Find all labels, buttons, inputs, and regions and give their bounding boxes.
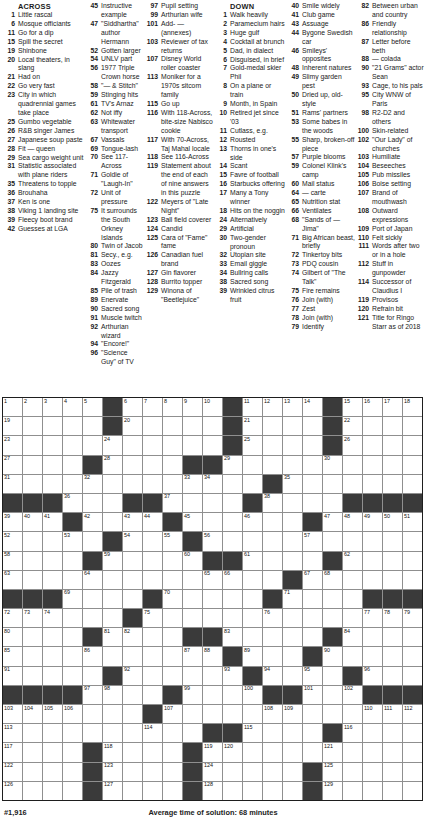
grid-cell-r9c6[interactable]: 59	[103, 552, 122, 570]
grid-cell-r18c3[interactable]	[43, 724, 62, 742]
grid-cell-r18c13[interactable]: 115	[243, 724, 262, 742]
grid-cell-r8c14[interactable]	[263, 532, 282, 550]
grid-cell-r3c8[interactable]	[143, 436, 162, 454]
grid-cell-r20c17[interactable]: 125	[323, 763, 342, 781]
grid-cell-r14c14[interactable]	[263, 647, 282, 665]
grid-cell-r20c20[interactable]	[383, 763, 402, 781]
grid-cell-r20c18[interactable]	[343, 763, 362, 781]
grid-cell-r13c12[interactable]: 83	[223, 628, 242, 646]
grid-cell-r15c12[interactable]: 93	[223, 667, 242, 685]
grid-cell-r9c7[interactable]	[123, 552, 142, 570]
grid-cell-r12c18[interactable]	[343, 609, 362, 627]
grid-cell-r7c13[interactable]: 46	[243, 513, 262, 531]
grid-cell-r10c13[interactable]	[243, 571, 262, 589]
grid-cell-r4c21[interactable]	[403, 456, 422, 474]
grid-cell-r16c8[interactable]	[143, 686, 162, 704]
grid-cell-r16c16[interactable]: 101	[303, 686, 322, 704]
grid-cell-r8c21[interactable]	[403, 532, 422, 550]
grid-cell-r20c11[interactable]: 124	[203, 763, 222, 781]
grid-cell-r4c2[interactable]	[23, 456, 42, 474]
grid-cell-r20c13[interactable]	[243, 763, 262, 781]
grid-cell-r14c10[interactable]: 87	[183, 647, 202, 665]
grid-cell-r4c6[interactable]: 28	[103, 456, 122, 474]
grid-cell-r10c9[interactable]	[163, 571, 182, 589]
grid-cell-r2c3[interactable]	[43, 417, 62, 435]
grid-cell-r17c13[interactable]	[243, 705, 262, 723]
grid-cell-r7c2[interactable]: 40	[23, 513, 42, 531]
grid-cell-r4c20[interactable]	[383, 456, 402, 474]
grid-cell-r21c6[interactable]: 127	[103, 782, 122, 800]
grid-cell-r1c18[interactable]: 15	[343, 398, 362, 416]
grid-cell-r5c20[interactable]	[383, 475, 402, 493]
grid-cell-r15c8[interactable]	[143, 667, 162, 685]
grid-cell-r20c8[interactable]	[143, 763, 162, 781]
grid-cell-r15c20[interactable]	[383, 667, 402, 685]
grid-cell-r14c4[interactable]	[63, 647, 82, 665]
grid-cell-r5c17[interactable]	[323, 475, 342, 493]
grid-cell-r17c18[interactable]	[343, 705, 362, 723]
grid-cell-r9c14[interactable]	[263, 552, 282, 570]
grid-cell-r12c4[interactable]	[63, 609, 82, 627]
grid-cell-r1c8[interactable]: 7	[143, 398, 162, 416]
grid-cell-r4c8[interactable]	[143, 456, 162, 474]
grid-cell-r13c21[interactable]	[403, 628, 422, 646]
grid-cell-r4c15[interactable]	[283, 456, 302, 474]
grid-cell-r21c21[interactable]	[403, 782, 422, 800]
grid-cell-r14c1[interactable]: 85	[3, 647, 22, 665]
grid-cell-r3c14[interactable]	[263, 436, 282, 454]
grid-cell-r6c12[interactable]	[223, 494, 242, 512]
grid-cell-r2c4[interactable]	[63, 417, 82, 435]
grid-cell-r2c8[interactable]	[143, 417, 162, 435]
grid-cell-r15c5[interactable]	[83, 667, 102, 685]
grid-cell-r8c18[interactable]	[343, 532, 362, 550]
grid-cell-r10c4[interactable]	[63, 571, 82, 589]
grid-cell-r17c6[interactable]	[103, 705, 122, 723]
grid-cell-r19c9[interactable]	[163, 743, 182, 761]
grid-cell-r11c12[interactable]	[223, 590, 242, 608]
grid-cell-r21c20[interactable]	[383, 782, 402, 800]
grid-cell-r1c14[interactable]: 12	[263, 398, 282, 416]
grid-cell-r19c14[interactable]	[263, 743, 282, 761]
grid-cell-r1c11[interactable]: 10	[203, 398, 222, 416]
grid-cell-r18c15[interactable]	[283, 724, 302, 742]
grid-cell-r6c10[interactable]	[183, 494, 202, 512]
grid-cell-r19c1[interactable]: 117	[3, 743, 22, 761]
grid-cell-r11c15[interactable]: 71	[283, 590, 302, 608]
grid-cell-r16c6[interactable]: 98	[103, 686, 122, 704]
grid-cell-r16c18[interactable]: 102	[343, 686, 362, 704]
grid-cell-r2c19[interactable]	[363, 417, 382, 435]
grid-cell-r21c12[interactable]	[223, 782, 242, 800]
grid-cell-r19c3[interactable]	[43, 743, 62, 761]
grid-cell-r5c19[interactable]	[363, 475, 382, 493]
grid-cell-r14c9[interactable]	[163, 647, 182, 665]
grid-cell-r17c14[interactable]: 108	[263, 705, 282, 723]
grid-cell-r11c18[interactable]	[343, 590, 362, 608]
grid-cell-r6c16[interactable]	[303, 494, 322, 512]
grid-cell-r12c19[interactable]: 77	[363, 609, 382, 627]
grid-cell-r7c19[interactable]: 49	[363, 513, 382, 531]
grid-cell-r14c5[interactable]: 86	[83, 647, 102, 665]
grid-cell-r8c12[interactable]	[223, 532, 242, 550]
grid-cell-r13c16[interactable]	[303, 628, 322, 646]
grid-cell-r10c20[interactable]	[383, 571, 402, 589]
grid-cell-r1c10[interactable]: 9	[183, 398, 202, 416]
grid-cell-r1c13[interactable]: 11	[243, 398, 262, 416]
grid-cell-r10c5[interactable]: 64	[83, 571, 102, 589]
grid-cell-r10c16[interactable]: 67	[303, 571, 322, 589]
grid-cell-r19c16[interactable]	[303, 743, 322, 761]
grid-cell-r16c17[interactable]	[323, 686, 342, 704]
grid-cell-r5c3[interactable]	[43, 475, 62, 493]
grid-cell-r8c11[interactable]: 56	[203, 532, 222, 550]
grid-cell-r14c17[interactable]: 90	[323, 647, 342, 665]
grid-cell-r12c8[interactable]: 75	[143, 609, 162, 627]
grid-cell-r1c4[interactable]: 4	[63, 398, 82, 416]
grid-cell-r6c5[interactable]	[83, 494, 102, 512]
grid-cell-r18c9[interactable]	[163, 724, 182, 742]
grid-cell-r10c12[interactable]: 66	[223, 571, 242, 589]
grid-cell-r4c3[interactable]	[43, 456, 62, 474]
grid-cell-r21c18[interactable]	[343, 782, 362, 800]
grid-cell-r17c20[interactable]: 111	[383, 705, 402, 723]
grid-cell-r2c16[interactable]	[303, 417, 322, 435]
grid-cell-r21c3[interactable]	[43, 782, 62, 800]
grid-cell-r21c1[interactable]: 126	[3, 782, 22, 800]
grid-cell-r9c21[interactable]	[403, 552, 422, 570]
grid-cell-r10c2[interactable]	[23, 571, 42, 589]
grid-cell-r8c15[interactable]	[283, 532, 302, 550]
grid-cell-r15c7[interactable]: 92	[123, 667, 142, 685]
grid-cell-r16c13[interactable]: 100	[243, 686, 262, 704]
grid-cell-r14c2[interactable]	[23, 647, 42, 665]
grid-cell-r19c20[interactable]	[383, 743, 402, 761]
grid-cell-r21c2[interactable]	[23, 782, 42, 800]
grid-cell-r13c6[interactable]: 81	[103, 628, 122, 646]
grid-cell-r13c3[interactable]	[43, 628, 62, 646]
grid-cell-r9c8[interactable]	[143, 552, 162, 570]
grid-cell-r17c3[interactable]: 105	[43, 705, 62, 723]
grid-cell-r15c16[interactable]: 95	[303, 667, 322, 685]
grid-cell-r20c9[interactable]	[163, 763, 182, 781]
grid-cell-r14c3[interactable]	[43, 647, 62, 665]
grid-cell-r10c18[interactable]	[343, 571, 362, 589]
grid-cell-r9c15[interactable]	[283, 552, 302, 570]
grid-cell-r8c8[interactable]	[143, 532, 162, 550]
grid-cell-r5c13[interactable]	[243, 475, 262, 493]
grid-cell-r19c18[interactable]	[343, 743, 362, 761]
grid-cell-r18c20[interactable]	[383, 724, 402, 742]
grid-cell-r21c17[interactable]: 129	[323, 782, 342, 800]
grid-cell-r3c10[interactable]	[183, 436, 202, 454]
grid-cell-r14c20[interactable]	[383, 647, 402, 665]
grid-cell-r7c12[interactable]	[223, 513, 242, 531]
grid-cell-r13c8[interactable]	[143, 628, 162, 646]
grid-cell-r6c9[interactable]: 37	[163, 494, 182, 512]
grid-cell-r6c4[interactable]: 36	[63, 494, 82, 512]
grid-cell-r11c17[interactable]	[323, 590, 342, 608]
grid-cell-r13c9[interactable]	[163, 628, 182, 646]
grid-cell-r2c11[interactable]	[203, 417, 222, 435]
grid-cell-r9c19[interactable]	[363, 552, 382, 570]
grid-cell-r12c9[interactable]	[163, 609, 182, 627]
grid-cell-r7c21[interactable]: 51	[403, 513, 422, 531]
grid-cell-r1c3[interactable]: 3	[43, 398, 62, 416]
grid-cell-r15c19[interactable]: 96	[363, 667, 382, 685]
grid-cell-r8c16[interactable]: 57	[303, 532, 322, 550]
grid-cell-r8c13[interactable]	[243, 532, 262, 550]
grid-cell-r11c6[interactable]	[103, 590, 122, 608]
grid-cell-r19c6[interactable]: 118	[103, 743, 122, 761]
grid-cell-r20c4[interactable]	[63, 763, 82, 781]
grid-cell-r1c21[interactable]: 18	[403, 398, 422, 416]
grid-cell-r17c1[interactable]: 103	[3, 705, 22, 723]
grid-cell-r10c14[interactable]	[263, 571, 282, 589]
grid-cell-r7c1[interactable]: 39	[3, 513, 22, 531]
grid-cell-r18c19[interactable]	[363, 724, 382, 742]
grid-cell-r15c14[interactable]: 94	[263, 667, 282, 685]
grid-cell-r7c15[interactable]	[283, 513, 302, 531]
grid-cell-r4c12[interactable]: 29	[223, 456, 242, 474]
grid-cell-r12c17[interactable]	[323, 609, 342, 627]
grid-cell-r2c2[interactable]	[23, 417, 42, 435]
grid-cell-r14c7[interactable]	[123, 647, 142, 665]
grid-cell-r3c9[interactable]	[163, 436, 182, 454]
grid-cell-r12c2[interactable]: 73	[23, 609, 42, 627]
grid-cell-r17c15[interactable]: 109	[283, 705, 302, 723]
grid-cell-r5c5[interactable]: 32	[83, 475, 102, 493]
grid-cell-r7c8[interactable]: 44	[143, 513, 162, 531]
grid-cell-r18c10[interactable]	[183, 724, 202, 742]
grid-cell-r19c11[interactable]: 119	[203, 743, 222, 761]
grid-cell-r18c16[interactable]	[303, 724, 322, 742]
grid-cell-r13c4[interactable]	[63, 628, 82, 646]
grid-cell-r16c10[interactable]: 99	[183, 686, 202, 704]
grid-cell-r21c4[interactable]	[63, 782, 82, 800]
grid-cell-r21c15[interactable]	[283, 782, 302, 800]
grid-cell-r10c19[interactable]	[363, 571, 382, 589]
grid-cell-r3c19[interactable]	[363, 436, 382, 454]
grid-cell-r9c3[interactable]	[43, 552, 62, 570]
grid-cell-r18c5[interactable]	[83, 724, 102, 742]
grid-cell-r4c1[interactable]: 27	[3, 456, 22, 474]
grid-cell-r5c1[interactable]: 31	[3, 475, 22, 493]
grid-cell-r3c7[interactable]	[123, 436, 142, 454]
grid-cell-r8c9[interactable]: 55	[163, 532, 182, 550]
grid-cell-r8c19[interactable]	[363, 532, 382, 550]
grid-cell-r15c15[interactable]	[283, 667, 302, 685]
grid-cell-r13c14[interactable]	[263, 628, 282, 646]
grid-cell-r2c1[interactable]: 19	[3, 417, 22, 435]
grid-cell-r12c13[interactable]	[243, 609, 262, 627]
grid-cell-r2c18[interactable]: 22	[343, 417, 362, 435]
grid-cell-r16c12[interactable]	[223, 686, 242, 704]
grid-cell-r2c10[interactable]	[183, 417, 202, 435]
grid-cell-r21c7[interactable]	[123, 782, 142, 800]
grid-cell-r5c11[interactable]: 34	[203, 475, 222, 493]
grid-cell-r3c18[interactable]: 26	[343, 436, 362, 454]
grid-cell-r10c7[interactable]	[123, 571, 142, 589]
grid-cell-r3c16[interactable]	[303, 436, 322, 454]
grid-cell-r17c17[interactable]	[323, 705, 342, 723]
grid-cell-r18c21[interactable]	[403, 724, 422, 742]
grid-cell-r14c18[interactable]	[343, 647, 362, 665]
grid-cell-r10c21[interactable]	[403, 571, 422, 589]
grid-cell-r11c13[interactable]	[243, 590, 262, 608]
grid-cell-r4c13[interactable]	[243, 456, 262, 474]
grid-cell-r12c10[interactable]	[183, 609, 202, 627]
grid-cell-r15c21[interactable]	[403, 667, 422, 685]
grid-cell-r8c4[interactable]: 53	[63, 532, 82, 550]
grid-cell-r2c5[interactable]	[83, 417, 102, 435]
grid-cell-r19c4[interactable]	[63, 743, 82, 761]
grid-cell-r7c6[interactable]	[103, 513, 122, 531]
grid-cell-r15c2[interactable]	[23, 667, 42, 685]
grid-cell-r21c13[interactable]	[243, 782, 262, 800]
grid-cell-r7c14[interactable]	[263, 513, 282, 531]
grid-cell-r5c21[interactable]	[403, 475, 422, 493]
grid-cell-r6c17[interactable]	[323, 494, 342, 512]
grid-cell-r13c18[interactable]: 84	[343, 628, 362, 646]
grid-cell-r7c5[interactable]: 42	[83, 513, 102, 531]
grid-cell-r17c12[interactable]	[223, 705, 242, 723]
grid-cell-r4c18[interactable]	[343, 456, 362, 474]
grid-cell-r2c9[interactable]	[163, 417, 182, 435]
grid-cell-r5c9[interactable]	[163, 475, 182, 493]
grid-cell-r17c5[interactable]	[83, 705, 102, 723]
grid-cell-r14c19[interactable]	[363, 647, 382, 665]
grid-cell-r1c19[interactable]: 16	[363, 398, 382, 416]
grid-cell-r17c4[interactable]: 106	[63, 705, 82, 723]
grid-cell-r10c8[interactable]	[143, 571, 162, 589]
grid-cell-r9c2[interactable]	[23, 552, 42, 570]
grid-cell-r21c11[interactable]: 128	[203, 782, 222, 800]
grid-cell-r17c2[interactable]: 104	[23, 705, 42, 723]
grid-cell-r5c12[interactable]	[223, 475, 242, 493]
grid-cell-r20c21[interactable]	[403, 763, 422, 781]
grid-cell-r9c13[interactable]: 61	[243, 552, 262, 570]
grid-cell-r11c11[interactable]	[203, 590, 222, 608]
grid-cell-r8c5[interactable]	[83, 532, 102, 550]
grid-cell-r1c9[interactable]: 8	[163, 398, 182, 416]
grid-cell-r18c18[interactable]: 116	[343, 724, 362, 742]
grid-cell-r21c9[interactable]	[163, 782, 182, 800]
grid-cell-r8c7[interactable]: 54	[123, 532, 142, 550]
grid-cell-r14c8[interactable]	[143, 647, 162, 665]
grid-cell-r5c4[interactable]	[63, 475, 82, 493]
grid-cell-r3c15[interactable]	[283, 436, 302, 454]
grid-cell-r8c3[interactable]	[43, 532, 62, 550]
grid-cell-r3c3[interactable]	[43, 436, 62, 454]
grid-cell-r10c1[interactable]: 63	[3, 571, 22, 589]
grid-cell-r20c12[interactable]	[223, 763, 242, 781]
grid-cell-r1c5[interactable]: 5	[83, 398, 102, 416]
grid-cell-r15c10[interactable]	[183, 667, 202, 685]
grid-cell-r15c17[interactable]	[323, 667, 342, 685]
grid-cell-r17c9[interactable]: 107	[163, 705, 182, 723]
grid-cell-r19c21[interactable]	[403, 743, 422, 761]
grid-cell-r3c4[interactable]	[63, 436, 82, 454]
grid-cell-r14c6[interactable]	[103, 647, 122, 665]
grid-cell-r12c12[interactable]	[223, 609, 242, 627]
grid-cell-r2c7[interactable]: 20	[123, 417, 142, 435]
grid-cell-r18c6[interactable]	[103, 724, 122, 742]
grid-cell-r3c21[interactable]	[403, 436, 422, 454]
grid-cell-r7c10[interactable]: 45	[183, 513, 202, 531]
grid-cell-r21c8[interactable]	[143, 782, 162, 800]
grid-cell-r13c2[interactable]	[23, 628, 42, 646]
grid-cell-r8c17[interactable]	[323, 532, 342, 550]
grid-cell-r20c19[interactable]	[363, 763, 382, 781]
grid-cell-r5c10[interactable]: 33	[183, 475, 202, 493]
grid-cell-r4c4[interactable]	[63, 456, 82, 474]
grid-cell-r3c5[interactable]	[83, 436, 102, 454]
grid-cell-r11c5[interactable]	[83, 590, 102, 608]
grid-cell-r18c14[interactable]	[263, 724, 282, 742]
grid-cell-r13c19[interactable]	[363, 628, 382, 646]
grid-cell-r13c7[interactable]: 82	[123, 628, 142, 646]
grid-cell-r21c14[interactable]	[263, 782, 282, 800]
grid-cell-r19c19[interactable]	[363, 743, 382, 761]
grid-cell-r1c20[interactable]: 17	[383, 398, 402, 416]
grid-cell-r6c14[interactable]: 38	[263, 494, 282, 512]
grid-cell-r20c1[interactable]: 122	[3, 763, 22, 781]
grid-cell-r4c19[interactable]	[363, 456, 382, 474]
grid-cell-r18c1[interactable]: 113	[3, 724, 22, 742]
grid-cell-r13c1[interactable]: 80	[3, 628, 22, 646]
grid-cell-r5c6[interactable]	[103, 475, 122, 493]
grid-cell-r15c1[interactable]: 91	[3, 667, 22, 685]
grid-cell-r20c3[interactable]	[43, 763, 62, 781]
grid-cell-r14c15[interactable]	[283, 647, 302, 665]
grid-cell-r20c7[interactable]	[123, 763, 142, 781]
grid-cell-r19c2[interactable]	[23, 743, 42, 761]
grid-cell-r7c11[interactable]	[203, 513, 222, 531]
grid-cell-r11c16[interactable]	[303, 590, 322, 608]
grid-cell-r1c1[interactable]: 1	[3, 398, 22, 416]
grid-cell-r2c14[interactable]	[263, 417, 282, 435]
grid-cell-r19c12[interactable]: 120	[223, 743, 242, 761]
grid-cell-r5c15[interactable]: 35	[283, 475, 302, 493]
grid-cell-r5c2[interactable]	[23, 475, 42, 493]
grid-cell-r12c20[interactable]: 78	[383, 609, 402, 627]
grid-cell-r19c15[interactable]	[283, 743, 302, 761]
grid-cell-r21c19[interactable]	[363, 782, 382, 800]
grid-cell-r1c2[interactable]: 2	[23, 398, 42, 416]
grid-cell-r2c15[interactable]	[283, 417, 302, 435]
grid-cell-r16c7[interactable]	[123, 686, 142, 704]
grid-cell-r19c17[interactable]: 121	[323, 743, 342, 761]
grid-cell-r8c2[interactable]	[23, 532, 42, 550]
grid-cell-r18c8[interactable]: 114	[143, 724, 162, 742]
grid-cell-r12c11[interactable]	[203, 609, 222, 627]
grid-cell-r13c13[interactable]	[243, 628, 262, 646]
grid-cell-r14c11[interactable]: 88	[203, 647, 222, 665]
grid-cell-r2c20[interactable]	[383, 417, 402, 435]
grid-cell-r1c15[interactable]: 13	[283, 398, 302, 416]
grid-cell-r9c4[interactable]	[63, 552, 82, 570]
grid-cell-r11c9[interactable]: 70	[163, 590, 182, 608]
grid-cell-r3c6[interactable]: 24	[103, 436, 122, 454]
grid-cell-r10c3[interactable]	[43, 571, 62, 589]
grid-cell-r12c6[interactable]	[103, 609, 122, 627]
grid-cell-r12c5[interactable]	[83, 609, 102, 627]
grid-cell-r13c15[interactable]	[283, 628, 302, 646]
grid-cell-r9c1[interactable]: 58	[3, 552, 22, 570]
grid-cell-r7c20[interactable]: 50	[383, 513, 402, 531]
grid-cell-r18c7[interactable]	[123, 724, 142, 742]
